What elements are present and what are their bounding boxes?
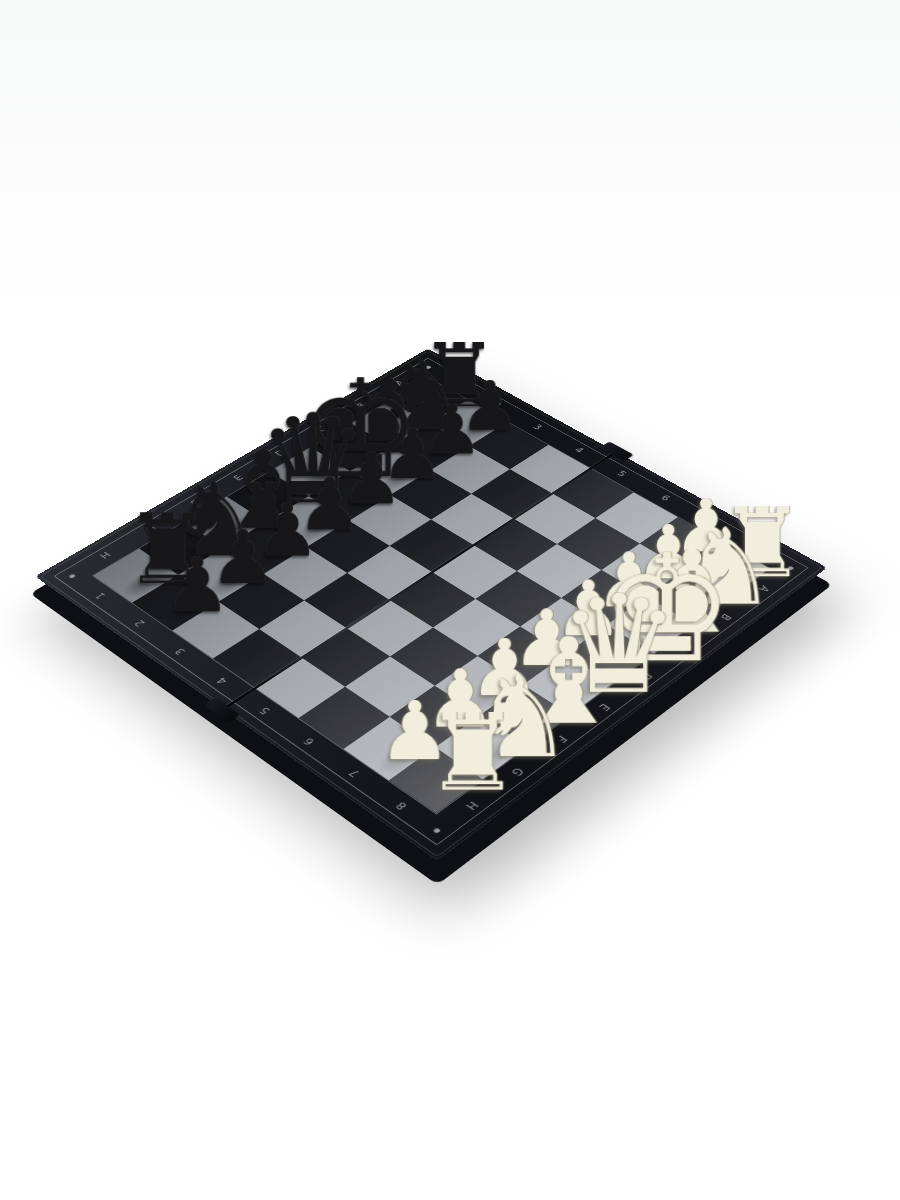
corner-screw bbox=[68, 573, 77, 578]
chessboard: HGFEDCBA HGFEDCBA 12345678 12345678 ♜♞♝♛… bbox=[35, 349, 827, 861]
black-pawn: ♟ bbox=[459, 379, 515, 433]
corner-screw bbox=[786, 565, 794, 570]
white-rook: ♜ bbox=[719, 506, 779, 581]
corner-screw bbox=[424, 365, 432, 369]
corner-screw bbox=[432, 827, 442, 834]
board-grid: ♜♞♝♛♚♝♞♜♟♟♟♟♟♟♟♟♟♟♟♟♟♟♟♟♜♞♝♛♚♝♞♜ bbox=[92, 377, 771, 814]
piece-shadow bbox=[710, 557, 769, 596]
cell-r7c8: ♟ bbox=[640, 517, 723, 569]
product-photo: HGFEDCBA HGFEDCBA 12345678 12345678 ♜♞♝♛… bbox=[0, 0, 900, 1200]
cell-r8c1: ♜ bbox=[389, 748, 482, 814]
cell-r4c4 bbox=[347, 546, 432, 600]
cell-r8c7: ♞ bbox=[646, 569, 731, 624]
board-frame: HGFEDCBA HGFEDCBA 12345678 12345678 ♜♞♝♛… bbox=[35, 349, 827, 861]
chessboard-scene: HGFEDCBA HGFEDCBA 12345678 12345678 ♜♞♝♛… bbox=[0, 0, 900, 1200]
